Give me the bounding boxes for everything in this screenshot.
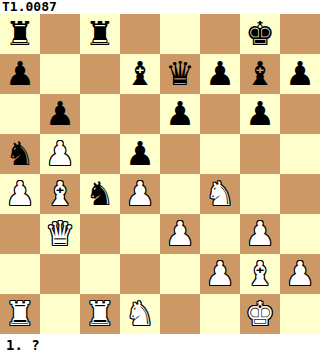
square-c7[interactable] xyxy=(80,54,120,94)
chess-board: ♜♜♚♟♝♛♟♝♟♟♟♟♞♟♟♟♝♞♟♞♛♟♟♟♝♟♜♜♞♚ xyxy=(0,14,320,334)
square-d8[interactable] xyxy=(120,14,160,54)
square-e3[interactable]: ♟ xyxy=(160,214,200,254)
square-b3[interactable]: ♛ xyxy=(40,214,80,254)
square-a5[interactable]: ♞ xyxy=(0,134,40,174)
white-pawn: ♟ xyxy=(205,254,235,294)
square-d5[interactable]: ♟ xyxy=(120,134,160,174)
square-h1[interactable] xyxy=(280,294,320,334)
square-e7[interactable]: ♛ xyxy=(160,54,200,94)
black-bishop: ♝ xyxy=(125,54,155,94)
move-prompt: 1. ? xyxy=(0,334,320,356)
square-b8[interactable] xyxy=(40,14,80,54)
square-g1[interactable]: ♚ xyxy=(240,294,280,334)
white-pawn: ♟ xyxy=(165,214,195,254)
square-e8[interactable] xyxy=(160,14,200,54)
square-a2[interactable] xyxy=(0,254,40,294)
square-b7[interactable] xyxy=(40,54,80,94)
square-g2[interactable]: ♝ xyxy=(240,254,280,294)
black-pawn: ♟ xyxy=(165,94,195,134)
square-f4[interactable]: ♞ xyxy=(200,174,240,214)
black-pawn: ♟ xyxy=(125,134,155,174)
square-g7[interactable]: ♝ xyxy=(240,54,280,94)
square-d1[interactable]: ♞ xyxy=(120,294,160,334)
white-rook: ♜ xyxy=(85,294,115,334)
square-b2[interactable] xyxy=(40,254,80,294)
square-e5[interactable] xyxy=(160,134,200,174)
square-g8[interactable]: ♚ xyxy=(240,14,280,54)
square-a8[interactable]: ♜ xyxy=(0,14,40,54)
black-rook: ♜ xyxy=(85,14,115,54)
square-f2[interactable]: ♟ xyxy=(200,254,240,294)
white-rook: ♜ xyxy=(5,294,35,334)
square-a1[interactable]: ♜ xyxy=(0,294,40,334)
black-pawn: ♟ xyxy=(45,94,75,134)
black-knight: ♞ xyxy=(85,174,115,214)
square-h5[interactable] xyxy=(280,134,320,174)
square-a7[interactable]: ♟ xyxy=(0,54,40,94)
square-d7[interactable]: ♝ xyxy=(120,54,160,94)
square-c2[interactable] xyxy=(80,254,120,294)
square-f3[interactable] xyxy=(200,214,240,254)
square-c4[interactable]: ♞ xyxy=(80,174,120,214)
white-pawn: ♟ xyxy=(125,174,155,214)
black-pawn: ♟ xyxy=(245,94,275,134)
square-h7[interactable]: ♟ xyxy=(280,54,320,94)
square-d3[interactable] xyxy=(120,214,160,254)
square-e6[interactable]: ♟ xyxy=(160,94,200,134)
square-b1[interactable] xyxy=(40,294,80,334)
white-pawn: ♟ xyxy=(285,254,315,294)
square-b5[interactable]: ♟ xyxy=(40,134,80,174)
square-c1[interactable]: ♜ xyxy=(80,294,120,334)
black-bishop: ♝ xyxy=(245,54,275,94)
square-h4[interactable] xyxy=(280,174,320,214)
white-queen: ♛ xyxy=(45,214,75,254)
black-queen: ♛ xyxy=(165,54,195,94)
square-a3[interactable] xyxy=(0,214,40,254)
white-pawn: ♟ xyxy=(5,174,35,214)
black-rook: ♜ xyxy=(5,14,35,54)
black-pawn: ♟ xyxy=(285,54,315,94)
square-g6[interactable]: ♟ xyxy=(240,94,280,134)
diagram-title: T1.0087 xyxy=(0,0,320,14)
square-g4[interactable] xyxy=(240,174,280,214)
square-e4[interactable] xyxy=(160,174,200,214)
white-knight: ♞ xyxy=(125,294,155,334)
square-f1[interactable] xyxy=(200,294,240,334)
square-b6[interactable]: ♟ xyxy=(40,94,80,134)
square-c8[interactable]: ♜ xyxy=(80,14,120,54)
white-king: ♚ xyxy=(245,294,275,334)
square-e1[interactable] xyxy=(160,294,200,334)
square-f5[interactable] xyxy=(200,134,240,174)
square-a6[interactable] xyxy=(0,94,40,134)
square-f8[interactable] xyxy=(200,14,240,54)
square-h8[interactable] xyxy=(280,14,320,54)
square-f7[interactable]: ♟ xyxy=(200,54,240,94)
square-d2[interactable] xyxy=(120,254,160,294)
square-c5[interactable] xyxy=(80,134,120,174)
square-d4[interactable]: ♟ xyxy=(120,174,160,214)
square-a4[interactable]: ♟ xyxy=(0,174,40,214)
square-h6[interactable] xyxy=(280,94,320,134)
black-pawn: ♟ xyxy=(205,54,235,94)
black-pawn: ♟ xyxy=(5,54,35,94)
black-king: ♚ xyxy=(245,14,275,54)
black-knight: ♞ xyxy=(5,134,35,174)
square-g3[interactable]: ♟ xyxy=(240,214,280,254)
white-pawn: ♟ xyxy=(245,214,275,254)
square-c3[interactable] xyxy=(80,214,120,254)
square-g5[interactable] xyxy=(240,134,280,174)
square-h2[interactable]: ♟ xyxy=(280,254,320,294)
square-b4[interactable]: ♝ xyxy=(40,174,80,214)
square-d6[interactable] xyxy=(120,94,160,134)
square-c6[interactable] xyxy=(80,94,120,134)
square-h3[interactable] xyxy=(280,214,320,254)
white-bishop: ♝ xyxy=(45,174,75,214)
white-knight: ♞ xyxy=(205,174,235,214)
white-pawn: ♟ xyxy=(45,134,75,174)
white-bishop: ♝ xyxy=(245,254,275,294)
square-e2[interactable] xyxy=(160,254,200,294)
square-f6[interactable] xyxy=(200,94,240,134)
